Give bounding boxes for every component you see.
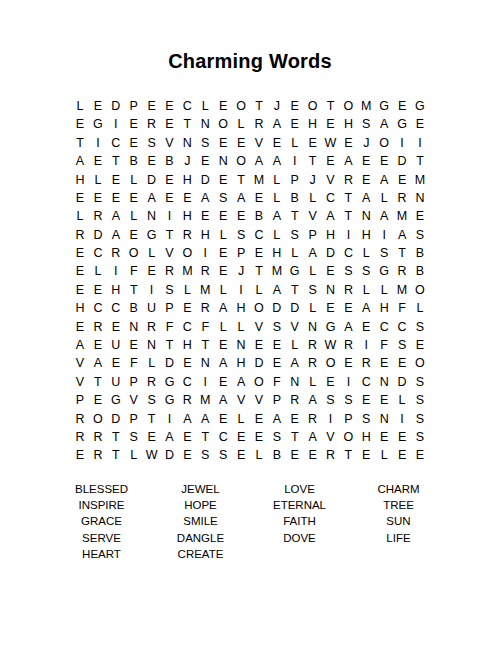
grid-cell[interactable]: I <box>375 226 393 244</box>
grid-cell[interactable]: E <box>214 410 232 428</box>
grid-cell[interactable]: L <box>268 226 286 244</box>
grid-cell[interactable]: B <box>286 189 304 207</box>
grid-cell[interactable]: E <box>178 446 196 464</box>
grid-cell[interactable]: L <box>304 263 322 281</box>
grid-cell[interactable]: C <box>357 373 375 391</box>
grid-cell[interactable]: V <box>286 318 304 336</box>
grid-cell[interactable]: H <box>178 207 196 225</box>
grid-cell[interactable]: D <box>393 373 411 391</box>
grid-cell[interactable]: B <box>125 152 143 170</box>
grid-cell[interactable]: T <box>107 446 125 464</box>
grid-cell[interactable]: E <box>375 354 393 372</box>
grid-cell[interactable]: E <box>339 299 357 317</box>
grid-cell[interactable]: S <box>143 134 161 152</box>
grid-cell[interactable]: P <box>161 299 179 317</box>
grid-cell[interactable]: D <box>107 97 125 115</box>
grid-cell[interactable]: L <box>304 373 322 391</box>
grid-cell[interactable]: A <box>107 226 125 244</box>
grid-cell[interactable]: A <box>214 354 232 372</box>
grid-cell[interactable]: E <box>178 428 196 446</box>
grid-cell[interactable]: T <box>411 152 429 170</box>
grid-cell[interactable]: R <box>339 281 357 299</box>
grid-cell[interactable]: E <box>375 152 393 170</box>
grid-cell[interactable]: O <box>304 97 322 115</box>
grid-cell[interactable]: I <box>89 134 107 152</box>
grid-cell[interactable]: H <box>71 171 89 189</box>
grid-cell[interactable]: H <box>357 428 375 446</box>
grid-cell[interactable]: F <box>393 299 411 317</box>
grid-cell[interactable]: G <box>286 263 304 281</box>
grid-cell[interactable]: A <box>286 354 304 372</box>
grid-cell[interactable]: B <box>161 152 179 170</box>
grid-cell[interactable]: E <box>393 446 411 464</box>
grid-cell[interactable]: V <box>161 244 179 262</box>
grid-cell[interactable]: M <box>411 171 429 189</box>
grid-cell[interactable]: E <box>71 244 89 262</box>
grid-cell[interactable]: E <box>250 410 268 428</box>
grid-cell[interactable]: R <box>89 446 107 464</box>
grid-cell[interactable]: O <box>375 134 393 152</box>
grid-cell[interactable]: H <box>196 226 214 244</box>
grid-cell[interactable]: T <box>196 336 214 354</box>
grid-cell[interactable]: H <box>339 115 357 133</box>
grid-cell[interactable]: E <box>322 152 340 170</box>
grid-cell[interactable]: F <box>125 354 143 372</box>
grid-cell[interactable]: A <box>268 207 286 225</box>
grid-cell[interactable]: E <box>286 115 304 133</box>
grid-cell[interactable]: L <box>304 189 322 207</box>
grid-cell[interactable]: E <box>178 299 196 317</box>
grid-cell[interactable]: O <box>339 97 357 115</box>
grid-cell[interactable]: E <box>357 318 375 336</box>
grid-cell[interactable]: L <box>375 189 393 207</box>
grid-cell[interactable]: E <box>357 171 375 189</box>
grid-cell[interactable]: E <box>286 410 304 428</box>
grid-cell[interactable]: E <box>178 354 196 372</box>
grid-cell[interactable]: G <box>411 97 429 115</box>
grid-cell[interactable]: I <box>107 115 125 133</box>
grid-cell[interactable]: A <box>178 410 196 428</box>
grid-cell[interactable]: E <box>125 134 143 152</box>
grid-cell[interactable]: L <box>268 171 286 189</box>
grid-cell[interactable]: S <box>393 336 411 354</box>
grid-cell[interactable]: I <box>196 373 214 391</box>
grid-cell[interactable]: I <box>143 281 161 299</box>
grid-cell[interactable]: E <box>232 446 250 464</box>
grid-cell[interactable]: R <box>89 428 107 446</box>
grid-cell[interactable]: E <box>322 115 340 133</box>
grid-cell[interactable]: T <box>178 115 196 133</box>
grid-cell[interactable]: E <box>214 336 232 354</box>
grid-cell[interactable]: C <box>89 299 107 317</box>
grid-cell[interactable]: R <box>322 446 340 464</box>
grid-cell[interactable]: B <box>411 244 429 262</box>
grid-cell[interactable]: C <box>393 318 411 336</box>
grid-cell[interactable]: A <box>89 354 107 372</box>
grid-cell[interactable]: A <box>375 207 393 225</box>
grid-cell[interactable]: J <box>357 134 375 152</box>
grid-cell[interactable]: E <box>161 171 179 189</box>
grid-cell[interactable]: P <box>268 391 286 409</box>
grid-cell[interactable]: E <box>250 244 268 262</box>
grid-cell[interactable]: W <box>322 336 340 354</box>
grid-cell[interactable]: A <box>304 428 322 446</box>
grid-cell[interactable]: E <box>322 299 340 317</box>
grid-cell[interactable]: L <box>375 281 393 299</box>
grid-cell[interactable]: F <box>268 373 286 391</box>
grid-cell[interactable]: D <box>250 354 268 372</box>
grid-cell[interactable]: L <box>304 299 322 317</box>
grid-cell[interactable]: C <box>178 373 196 391</box>
grid-cell[interactable]: R <box>178 391 196 409</box>
grid-cell[interactable]: E <box>411 446 429 464</box>
grid-cell[interactable]: M <box>178 263 196 281</box>
grid-cell[interactable]: L <box>250 281 268 299</box>
grid-cell[interactable]: O <box>232 97 250 115</box>
grid-cell[interactable]: A <box>268 115 286 133</box>
grid-cell[interactable]: M <box>357 97 375 115</box>
grid-cell[interactable]: E <box>304 134 322 152</box>
grid-cell[interactable]: O <box>89 410 107 428</box>
grid-cell[interactable]: E <box>214 244 232 262</box>
grid-cell[interactable]: H <box>375 299 393 317</box>
grid-cell[interactable]: T <box>89 373 107 391</box>
grid-cell[interactable]: E <box>71 115 89 133</box>
grid-cell[interactable]: S <box>357 410 375 428</box>
grid-cell[interactable]: S <box>232 226 250 244</box>
grid-cell[interactable]: P <box>71 391 89 409</box>
grid-cell[interactable]: D <box>161 354 179 372</box>
grid-cell[interactable]: T <box>161 226 179 244</box>
grid-cell[interactable]: C <box>322 189 340 207</box>
grid-cell[interactable]: V <box>232 391 250 409</box>
grid-cell[interactable]: L <box>125 171 143 189</box>
grid-cell[interactable]: E <box>89 152 107 170</box>
grid-cell[interactable]: C <box>89 244 107 262</box>
grid-cell[interactable]: I <box>322 410 340 428</box>
grid-cell[interactable]: L <box>375 446 393 464</box>
grid-cell[interactable]: T <box>286 281 304 299</box>
grid-cell[interactable]: L <box>71 97 89 115</box>
grid-cell[interactable]: E <box>232 207 250 225</box>
grid-cell[interactable]: A <box>232 373 250 391</box>
grid-cell[interactable]: E <box>107 189 125 207</box>
grid-cell[interactable]: E <box>107 171 125 189</box>
grid-cell[interactable]: U <box>107 336 125 354</box>
grid-cell[interactable]: O <box>339 428 357 446</box>
grid-cell[interactable]: E <box>357 446 375 464</box>
grid-cell[interactable]: S <box>411 410 429 428</box>
grid-cell[interactable]: A <box>357 189 375 207</box>
grid-cell[interactable]: E <box>161 115 179 133</box>
grid-cell[interactable]: L <box>89 171 107 189</box>
grid-cell[interactable]: S <box>196 446 214 464</box>
grid-cell[interactable]: E <box>250 428 268 446</box>
grid-cell[interactable]: S <box>214 189 232 207</box>
grid-cell[interactable]: C <box>214 428 232 446</box>
grid-cell[interactable]: L <box>393 391 411 409</box>
grid-cell[interactable]: R <box>357 354 375 372</box>
grid-cell[interactable]: H <box>357 226 375 244</box>
grid-cell[interactable]: O <box>411 354 429 372</box>
grid-cell[interactable]: E <box>393 428 411 446</box>
grid-cell[interactable]: A <box>357 299 375 317</box>
grid-cell[interactable]: S <box>357 115 375 133</box>
grid-cell[interactable]: R <box>143 318 161 336</box>
grid-cell[interactable]: L <box>214 318 232 336</box>
grid-cell[interactable]: G <box>375 263 393 281</box>
grid-cell[interactable]: G <box>89 115 107 133</box>
grid-cell[interactable]: V <box>71 373 89 391</box>
grid-cell[interactable]: U <box>107 373 125 391</box>
grid-cell[interactable]: A <box>304 244 322 262</box>
grid-cell[interactable]: E <box>286 446 304 464</box>
grid-cell[interactable]: P <box>339 410 357 428</box>
grid-cell[interactable]: E <box>125 336 143 354</box>
grid-cell[interactable]: O <box>125 244 143 262</box>
grid-cell[interactable]: E <box>89 336 107 354</box>
grid-cell[interactable]: B <box>125 299 143 317</box>
grid-cell[interactable]: S <box>339 391 357 409</box>
grid-cell[interactable]: C <box>250 226 268 244</box>
grid-cell[interactable]: F <box>196 318 214 336</box>
grid-cell[interactable]: R <box>196 299 214 317</box>
grid-cell[interactable]: T <box>286 207 304 225</box>
grid-cell[interactable]: O <box>411 281 429 299</box>
grid-cell[interactable]: I <box>393 134 411 152</box>
grid-cell[interactable]: A <box>322 207 340 225</box>
grid-cell[interactable]: L <box>143 354 161 372</box>
grid-cell[interactable]: N <box>357 207 375 225</box>
grid-cell[interactable]: E <box>89 189 107 207</box>
grid-cell[interactable]: L <box>178 281 196 299</box>
grid-cell[interactable]: T <box>107 428 125 446</box>
grid-cell[interactable]: T <box>304 152 322 170</box>
grid-cell[interactable]: A <box>339 318 357 336</box>
grid-cell[interactable]: I <box>339 373 357 391</box>
grid-cell[interactable]: R <box>178 226 196 244</box>
grid-cell[interactable]: T <box>339 189 357 207</box>
grid-cell[interactable]: V <box>250 134 268 152</box>
grid-cell[interactable]: E <box>196 152 214 170</box>
grid-cell[interactable]: N <box>304 318 322 336</box>
grid-cell[interactable]: H <box>232 299 250 317</box>
grid-cell[interactable]: G <box>322 318 340 336</box>
grid-cell[interactable]: S <box>196 134 214 152</box>
grid-cell[interactable]: L <box>268 189 286 207</box>
grid-cell[interactable]: O <box>232 152 250 170</box>
grid-cell[interactable]: F <box>375 336 393 354</box>
grid-cell[interactable]: C <box>339 244 357 262</box>
grid-cell[interactable]: I <box>107 263 125 281</box>
grid-cell[interactable]: E <box>304 446 322 464</box>
grid-cell[interactable]: C <box>375 318 393 336</box>
grid-cell[interactable]: E <box>268 134 286 152</box>
grid-cell[interactable]: A <box>375 115 393 133</box>
grid-cell[interactable]: E <box>339 354 357 372</box>
grid-cell[interactable]: N <box>375 410 393 428</box>
grid-cell[interactable]: D <box>393 152 411 170</box>
grid-cell[interactable]: G <box>107 391 125 409</box>
grid-cell[interactable]: A <box>161 428 179 446</box>
grid-cell[interactable]: I <box>339 226 357 244</box>
grid-cell[interactable]: L <box>125 207 143 225</box>
grid-cell[interactable]: F <box>161 318 179 336</box>
grid-cell[interactable]: E <box>71 281 89 299</box>
grid-cell[interactable]: S <box>411 226 429 244</box>
grid-cell[interactable]: W <box>322 134 340 152</box>
grid-cell[interactable]: E <box>143 152 161 170</box>
grid-cell[interactable]: S <box>161 281 179 299</box>
grid-cell[interactable]: J <box>178 152 196 170</box>
grid-cell[interactable]: A <box>196 410 214 428</box>
grid-cell[interactable]: M <box>268 263 286 281</box>
grid-cell[interactable]: E <box>196 207 214 225</box>
grid-cell[interactable]: N <box>178 134 196 152</box>
grid-cell[interactable]: E <box>411 207 429 225</box>
grid-cell[interactable]: N <box>214 152 232 170</box>
grid-cell[interactable]: S <box>214 446 232 464</box>
grid-cell[interactable]: A <box>393 226 411 244</box>
grid-cell[interactable]: A <box>339 152 357 170</box>
grid-cell[interactable]: S <box>125 428 143 446</box>
grid-cell[interactable]: V <box>322 171 340 189</box>
grid-cell[interactable]: P <box>125 410 143 428</box>
grid-cell[interactable]: L <box>250 446 268 464</box>
grid-cell[interactable]: R <box>304 354 322 372</box>
grid-cell[interactable]: C <box>178 97 196 115</box>
grid-cell[interactable]: E <box>143 428 161 446</box>
grid-cell[interactable]: G <box>161 373 179 391</box>
grid-cell[interactable]: A <box>232 189 250 207</box>
grid-cell[interactable]: D <box>196 171 214 189</box>
grid-cell[interactable]: L <box>214 281 232 299</box>
grid-cell[interactable]: E <box>107 354 125 372</box>
grid-cell[interactable]: G <box>375 97 393 115</box>
grid-cell[interactable]: S <box>268 428 286 446</box>
grid-cell[interactable]: R <box>250 115 268 133</box>
grid-cell[interactable]: H <box>178 171 196 189</box>
grid-cell[interactable]: E <box>125 115 143 133</box>
grid-cell[interactable]: A <box>268 152 286 170</box>
grid-cell[interactable]: M <box>196 391 214 409</box>
grid-cell[interactable]: S <box>375 244 393 262</box>
grid-cell[interactable]: I <box>393 410 411 428</box>
grid-cell[interactable]: T <box>143 410 161 428</box>
grid-cell[interactable]: T <box>71 134 89 152</box>
grid-cell[interactable]: D <box>322 244 340 262</box>
grid-cell[interactable]: C <box>178 318 196 336</box>
grid-cell[interactable]: T <box>196 428 214 446</box>
grid-cell[interactable]: E <box>322 373 340 391</box>
grid-cell[interactable]: E <box>71 189 89 207</box>
grid-cell[interactable]: N <box>196 115 214 133</box>
grid-cell[interactable]: S <box>411 391 429 409</box>
grid-cell[interactable]: L <box>196 97 214 115</box>
grid-cell[interactable]: B <box>268 446 286 464</box>
grid-cell[interactable]: A <box>107 207 125 225</box>
grid-cell[interactable]: E <box>178 189 196 207</box>
grid-cell[interactable]: E <box>89 391 107 409</box>
grid-cell[interactable]: V <box>322 428 340 446</box>
grid-cell[interactable]: N <box>143 207 161 225</box>
grid-cell[interactable]: E <box>357 391 375 409</box>
grid-cell[interactable]: R <box>304 336 322 354</box>
grid-cell[interactable]: N <box>232 336 250 354</box>
grid-cell[interactable]: E <box>232 134 250 152</box>
grid-cell[interactable]: T <box>250 97 268 115</box>
grid-cell[interactable]: R <box>143 115 161 133</box>
grid-cell[interactable]: R <box>393 189 411 207</box>
grid-cell[interactable]: O <box>214 115 232 133</box>
grid-cell[interactable]: E <box>71 263 89 281</box>
grid-cell[interactable]: E <box>232 428 250 446</box>
grid-cell[interactable]: E <box>393 354 411 372</box>
grid-cell[interactable]: V <box>161 134 179 152</box>
grid-cell[interactable]: A <box>268 410 286 428</box>
grid-cell[interactable]: E <box>250 189 268 207</box>
grid-cell[interactable]: R <box>393 263 411 281</box>
grid-cell[interactable]: E <box>339 134 357 152</box>
grid-cell[interactable]: H <box>71 299 89 317</box>
grid-cell[interactable]: L <box>232 410 250 428</box>
grid-cell[interactable]: T <box>393 244 411 262</box>
grid-cell[interactable]: E <box>214 263 232 281</box>
grid-cell[interactable]: T <box>232 171 250 189</box>
grid-cell[interactable]: R <box>71 226 89 244</box>
grid-cell[interactable]: L <box>286 244 304 262</box>
grid-cell[interactable]: T <box>161 336 179 354</box>
grid-cell[interactable]: E <box>143 263 161 281</box>
grid-cell[interactable]: E <box>268 336 286 354</box>
grid-cell[interactable]: L <box>286 336 304 354</box>
grid-cell[interactable]: N <box>375 373 393 391</box>
grid-cell[interactable]: E <box>161 97 179 115</box>
grid-cell[interactable]: R <box>161 263 179 281</box>
grid-cell[interactable]: I <box>196 244 214 262</box>
grid-cell[interactable]: B <box>411 263 429 281</box>
grid-cell[interactable]: M <box>393 281 411 299</box>
grid-cell[interactable]: V <box>250 391 268 409</box>
grid-cell[interactable]: E <box>250 336 268 354</box>
grid-cell[interactable]: H <box>178 336 196 354</box>
grid-cell[interactable]: R <box>71 428 89 446</box>
grid-cell[interactable]: E <box>375 428 393 446</box>
grid-cell[interactable]: G <box>161 391 179 409</box>
grid-cell[interactable]: O <box>250 373 268 391</box>
grid-cell[interactable]: G <box>393 115 411 133</box>
grid-cell[interactable]: A <box>250 152 268 170</box>
grid-cell[interactable]: E <box>393 97 411 115</box>
grid-cell[interactable]: T <box>286 428 304 446</box>
grid-cell[interactable]: E <box>268 354 286 372</box>
grid-cell[interactable]: L <box>357 281 375 299</box>
grid-cell[interactable]: E <box>411 115 429 133</box>
grid-cell[interactable]: E <box>214 134 232 152</box>
grid-cell[interactable]: V <box>304 207 322 225</box>
grid-cell[interactable]: B <box>250 207 268 225</box>
grid-cell[interactable]: P <box>232 244 250 262</box>
grid-cell[interactable]: A <box>143 189 161 207</box>
grid-cell[interactable]: T <box>107 152 125 170</box>
grid-cell[interactable]: S <box>286 226 304 244</box>
grid-cell[interactable]: L <box>71 207 89 225</box>
grid-cell[interactable]: A <box>268 281 286 299</box>
grid-cell[interactable]: L <box>232 318 250 336</box>
grid-cell[interactable]: E <box>107 318 125 336</box>
grid-cell[interactable]: R <box>71 410 89 428</box>
grid-cell[interactable]: I <box>161 410 179 428</box>
